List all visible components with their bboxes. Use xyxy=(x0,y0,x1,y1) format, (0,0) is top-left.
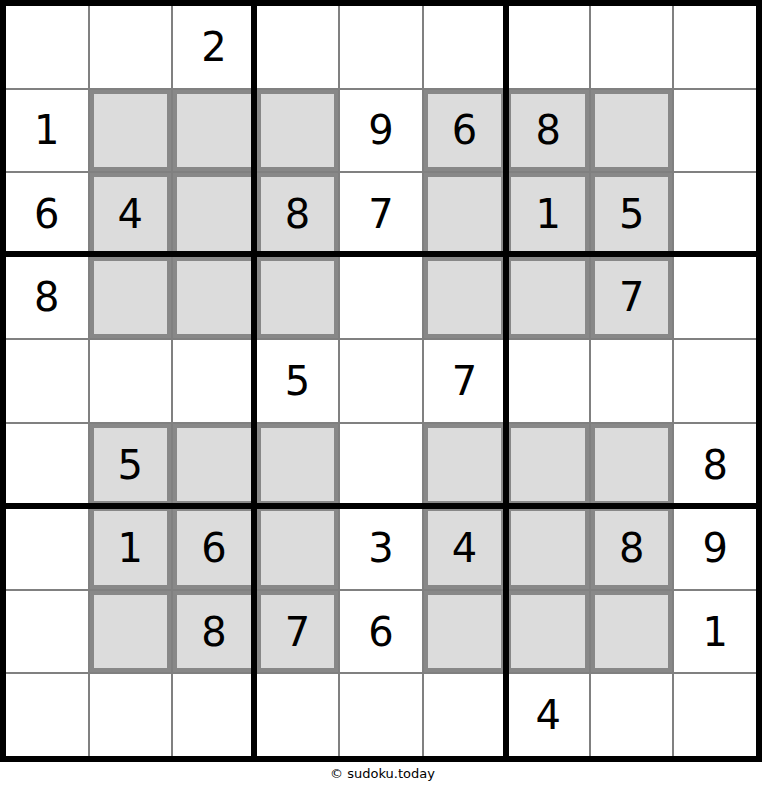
given-digit: 1 xyxy=(118,528,143,568)
cell-r5c7[interactable] xyxy=(507,340,589,422)
given-digit: 6 xyxy=(368,612,393,652)
given-digit: 1 xyxy=(535,194,560,234)
cell-r1c8[interactable] xyxy=(591,6,673,88)
cell-r3c8[interactable]: 5 xyxy=(591,173,673,255)
cell-r9c3[interactable] xyxy=(173,674,255,756)
given-digit: 8 xyxy=(702,445,727,485)
given-digit: 3 xyxy=(368,528,393,568)
cell-r9c1[interactable] xyxy=(6,674,88,756)
given-digit: 8 xyxy=(619,528,644,568)
cell-r1c3[interactable]: 2 xyxy=(173,6,255,88)
given-digit: 6 xyxy=(452,110,477,150)
cell-r9c4[interactable] xyxy=(257,674,339,756)
cell-r5c1[interactable] xyxy=(6,340,88,422)
given-digit: 5 xyxy=(619,194,644,234)
given-digit: 8 xyxy=(34,277,59,317)
given-digit: 9 xyxy=(702,528,727,568)
cell-r8c5[interactable]: 6 xyxy=(340,591,422,673)
cell-r5c4[interactable]: 5 xyxy=(257,340,339,422)
cell-r9c8[interactable] xyxy=(591,674,673,756)
cell-r7c7[interactable] xyxy=(507,507,589,589)
cell-r5c9[interactable] xyxy=(674,340,756,422)
cell-r1c4[interactable] xyxy=(257,6,339,88)
sudoku-board: 2196864871587575816348987614 xyxy=(0,0,762,762)
cell-r5c2[interactable] xyxy=(90,340,172,422)
cell-r4c2[interactable] xyxy=(90,257,172,339)
cell-r4c5[interactable] xyxy=(340,257,422,339)
cell-r3c4[interactable]: 8 xyxy=(257,173,339,255)
cell-r5c6[interactable]: 7 xyxy=(424,340,506,422)
given-digit: 4 xyxy=(535,695,560,735)
cell-r1c7[interactable] xyxy=(507,6,589,88)
cell-r4c8[interactable]: 7 xyxy=(591,257,673,339)
cell-r3c2[interactable]: 4 xyxy=(90,173,172,255)
cell-r6c3[interactable] xyxy=(173,424,255,506)
cell-r5c3[interactable] xyxy=(173,340,255,422)
cell-r9c9[interactable] xyxy=(674,674,756,756)
cell-r3c3[interactable] xyxy=(173,173,255,255)
cell-r1c1[interactable] xyxy=(6,6,88,88)
given-digit: 7 xyxy=(368,194,393,234)
given-digit: 1 xyxy=(702,612,727,652)
given-digit: 4 xyxy=(452,528,477,568)
cell-r3c5[interactable]: 7 xyxy=(340,173,422,255)
sudoku-grid: 2196864871587575816348987614 xyxy=(0,0,762,762)
given-digit: 9 xyxy=(368,110,393,150)
cell-r4c6[interactable] xyxy=(424,257,506,339)
cell-r8c9[interactable]: 1 xyxy=(674,591,756,673)
cell-r9c7[interactable]: 4 xyxy=(507,674,589,756)
given-digit: 8 xyxy=(535,110,560,150)
cell-r4c1[interactable]: 8 xyxy=(6,257,88,339)
cell-r6c1[interactable] xyxy=(6,424,88,506)
cell-r8c2[interactable] xyxy=(90,591,172,673)
cell-r8c6[interactable] xyxy=(424,591,506,673)
cell-r7c1[interactable] xyxy=(6,507,88,589)
cell-r1c2[interactable] xyxy=(90,6,172,88)
given-digit: 4 xyxy=(118,194,143,234)
cell-r5c5[interactable] xyxy=(340,340,422,422)
cell-r8c7[interactable] xyxy=(507,591,589,673)
cell-r7c3[interactable]: 6 xyxy=(173,507,255,589)
box-border-horizontal-1 xyxy=(0,251,762,257)
cell-r9c5[interactable] xyxy=(340,674,422,756)
cell-r7c5[interactable]: 3 xyxy=(340,507,422,589)
cell-r9c6[interactable] xyxy=(424,674,506,756)
cell-r3c6[interactable] xyxy=(424,173,506,255)
cell-r7c4[interactable] xyxy=(257,507,339,589)
cell-r7c6[interactable]: 4 xyxy=(424,507,506,589)
cell-r8c8[interactable] xyxy=(591,591,673,673)
given-digit: 2 xyxy=(201,27,226,67)
cell-r6c7[interactable] xyxy=(507,424,589,506)
given-digit: 1 xyxy=(34,110,59,150)
cell-r2c7[interactable]: 8 xyxy=(507,90,589,172)
cell-r4c9[interactable] xyxy=(674,257,756,339)
cell-r2c5[interactable]: 9 xyxy=(340,90,422,172)
given-digit: 8 xyxy=(201,612,226,652)
cell-r8c4[interactable]: 7 xyxy=(257,591,339,673)
cell-r4c7[interactable] xyxy=(507,257,589,339)
cell-r6c4[interactable] xyxy=(257,424,339,506)
cell-r6c9[interactable]: 8 xyxy=(674,424,756,506)
cell-r8c3[interactable]: 8 xyxy=(173,591,255,673)
cell-r7c2[interactable]: 1 xyxy=(90,507,172,589)
box-border-vertical-1 xyxy=(251,0,257,762)
given-digit: 5 xyxy=(118,445,143,485)
given-digit: 7 xyxy=(619,277,644,317)
given-digit: 6 xyxy=(201,528,226,568)
box-border-horizontal-2 xyxy=(0,503,762,509)
cell-r2c6[interactable]: 6 xyxy=(424,90,506,172)
cell-r6c2[interactable]: 5 xyxy=(90,424,172,506)
cell-r9c2[interactable] xyxy=(90,674,172,756)
box-border-vertical-2 xyxy=(503,0,509,762)
cell-r5c8[interactable] xyxy=(591,340,673,422)
cell-r2c2[interactable] xyxy=(90,90,172,172)
given-digit: 6 xyxy=(34,194,59,234)
cell-r6c5[interactable] xyxy=(340,424,422,506)
cell-r6c8[interactable] xyxy=(591,424,673,506)
given-digit: 5 xyxy=(285,361,310,401)
cell-r2c9[interactable] xyxy=(674,90,756,172)
cell-r8c1[interactable] xyxy=(6,591,88,673)
cell-r1c6[interactable] xyxy=(424,6,506,88)
cell-r3c7[interactable]: 1 xyxy=(507,173,589,255)
cell-r7c9[interactable]: 9 xyxy=(674,507,756,589)
given-digit: 7 xyxy=(452,361,477,401)
cell-r2c3[interactable] xyxy=(173,90,255,172)
given-digit: 7 xyxy=(285,612,310,652)
cell-r2c4[interactable] xyxy=(257,90,339,172)
given-digit: 8 xyxy=(285,194,310,234)
cell-r1c5[interactable] xyxy=(340,6,422,88)
copyright-credit: © sudoku.today xyxy=(0,762,765,785)
cell-r1c9[interactable] xyxy=(674,6,756,88)
cell-r3c1[interactable]: 6 xyxy=(6,173,88,255)
cell-r3c9[interactable] xyxy=(674,173,756,255)
cell-r4c3[interactable] xyxy=(173,257,255,339)
cell-r2c1[interactable]: 1 xyxy=(6,90,88,172)
cell-r4c4[interactable] xyxy=(257,257,339,339)
cell-r6c6[interactable] xyxy=(424,424,506,506)
cell-r7c8[interactable]: 8 xyxy=(591,507,673,589)
cell-r2c8[interactable] xyxy=(591,90,673,172)
